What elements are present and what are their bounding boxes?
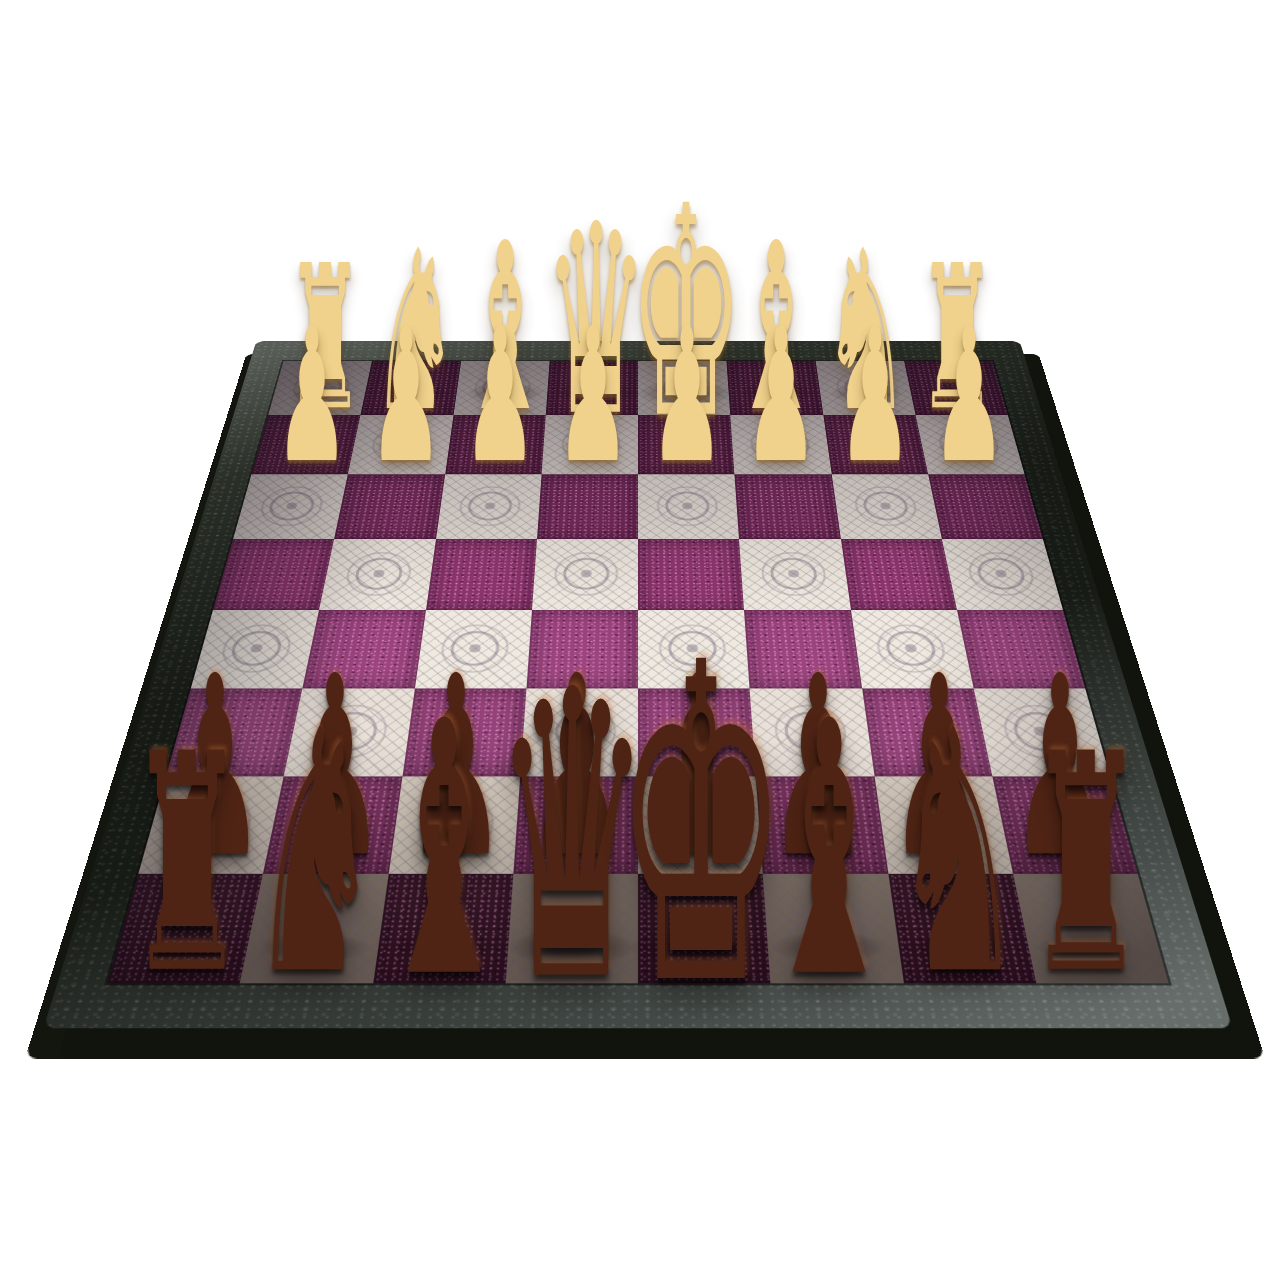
white-pawn-glyph: ♟ [275, 303, 349, 488]
square-h4[interactable] [213, 539, 334, 610]
square-a4[interactable] [942, 539, 1063, 610]
white-pawn-glyph: ♟ [650, 303, 724, 488]
chess-set-photo: ♜♞♝♛♚♝♞♜♟♟♟♟♟♟♟♟♟♟♟♟♟♟♟♟♜♞♝♛♚♝♞♜ [0, 0, 1280, 1280]
white-pawn-glyph: ♟ [463, 303, 537, 488]
pieces-layer: ♜♞♝♛♚♝♞♜♟♟♟♟♟♟♟♟♟♟♟♟♟♟♟♟♜♞♝♛♚♝♞♜ [0, 0, 1280, 1280]
square-g4[interactable] [319, 539, 435, 610]
white-pawn-glyph: ♟ [369, 303, 443, 488]
black-knight-glyph: ♞ [249, 689, 382, 1023]
white-pawn-glyph: ♟ [744, 303, 818, 488]
white-pawn-glyph: ♟ [556, 303, 630, 488]
black-knight-glyph: ♞ [891, 689, 1024, 1023]
black-rook-glyph: ♜ [1026, 715, 1146, 1015]
black-bishop-glyph: ♝ [759, 676, 898, 1026]
black-rook-glyph: ♜ [127, 715, 247, 1015]
white-pawn-glyph: ♟ [838, 303, 912, 488]
white-pawn-glyph: ♟ [932, 303, 1006, 488]
square-f4[interactable] [426, 539, 537, 610]
square-b4[interactable] [840, 539, 956, 610]
